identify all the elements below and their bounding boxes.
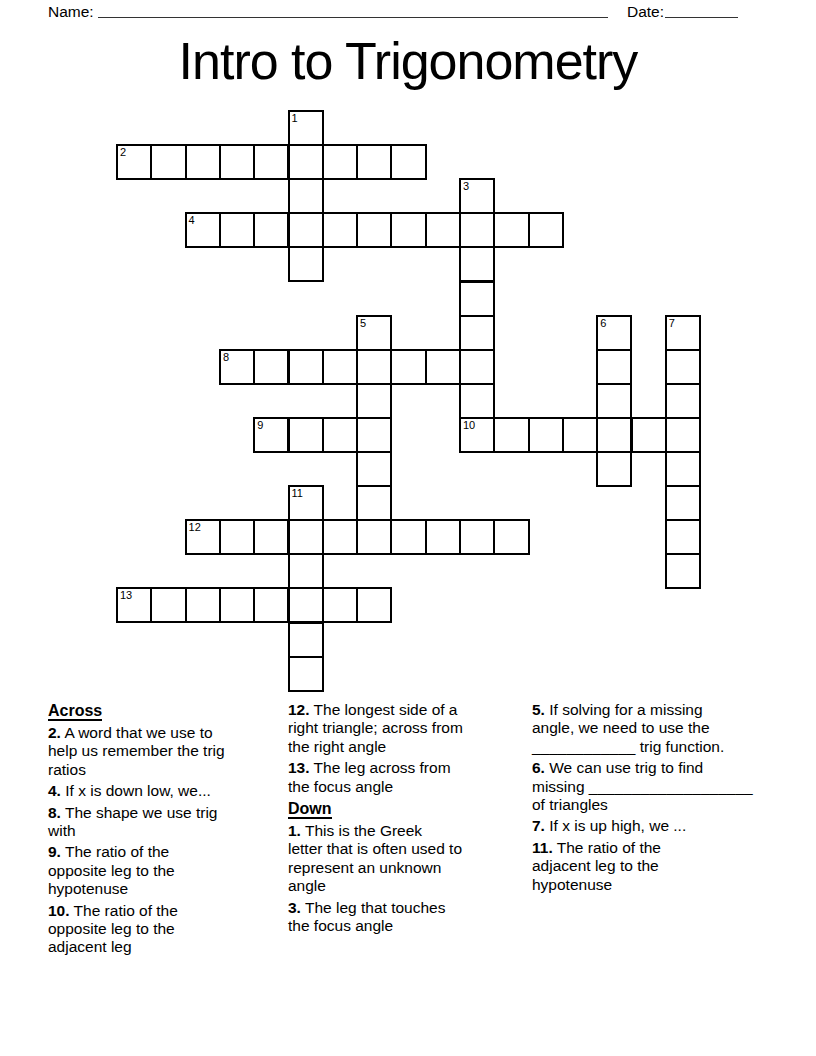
clue-11: 11. The ratio of the adjacent leg to the… bbox=[532, 839, 774, 894]
clue-12-number: 12. bbox=[288, 701, 310, 718]
grid-cell-r3c6[interactable] bbox=[322, 212, 358, 248]
grid-cell-r1c5[interactable] bbox=[288, 144, 324, 180]
grid-cell-r2c10[interactable]: 3 bbox=[459, 178, 495, 214]
clue-number-12: 12 bbox=[189, 521, 201, 533]
grid-cell-r14c0[interactable]: 13 bbox=[116, 587, 152, 623]
grid-cell-r14c2[interactable] bbox=[185, 587, 221, 623]
grid-cell-r7c14[interactable] bbox=[596, 349, 632, 385]
grid-cell-r7c4[interactable] bbox=[253, 349, 289, 385]
grid-cell-r10c14[interactable] bbox=[596, 451, 632, 487]
grid-cell-r1c0[interactable]: 2 bbox=[116, 144, 152, 180]
grid-cell-r8c14[interactable] bbox=[596, 383, 632, 419]
clue-6-number: 6. bbox=[532, 759, 545, 776]
grid-cell-r14c7[interactable] bbox=[356, 587, 392, 623]
clue-number-11: 11 bbox=[292, 487, 303, 499]
clue-6: 6. We can use trig to find missing _____… bbox=[532, 759, 774, 814]
grid-cell-r1c1[interactable] bbox=[150, 144, 186, 180]
grid-cell-r7c7[interactable] bbox=[356, 349, 392, 385]
worksheet-page: Name: Date: Intro to Trigonometry 123456… bbox=[0, 0, 816, 1056]
clue-number-5: 5 bbox=[360, 317, 366, 329]
grid-cell-r7c3[interactable]: 8 bbox=[219, 349, 255, 385]
clue-2-number: 2. bbox=[48, 724, 61, 741]
grid-cell-r4c5[interactable] bbox=[288, 246, 324, 282]
grid-cell-r11c5[interactable]: 11 bbox=[288, 485, 324, 521]
grid-cell-r3c5[interactable] bbox=[288, 212, 324, 248]
clue-7: 7. If x is up high, we ... bbox=[532, 817, 774, 835]
clue-column-down: 5. If solving for a missing angle, we ne… bbox=[532, 701, 774, 897]
grid-cell-r4c10[interactable] bbox=[459, 246, 495, 282]
grid-cell-r2c5[interactable] bbox=[288, 178, 324, 214]
clue-5: 5. If solving for a missing angle, we ne… bbox=[532, 701, 774, 756]
grid-cell-r1c8[interactable] bbox=[390, 144, 426, 180]
grid-cell-r1c3[interactable] bbox=[219, 144, 255, 180]
grid-cell-r9c10[interactable]: 10 bbox=[459, 417, 495, 453]
clue-3-number: 3. bbox=[288, 899, 301, 916]
clues-heading-text: Down bbox=[288, 800, 332, 819]
clue-column-across: Across2. A word that we use to help us r… bbox=[48, 701, 274, 960]
grid-cell-r3c8[interactable] bbox=[390, 212, 426, 248]
clue-5-number: 5. bbox=[532, 701, 545, 718]
grid-cell-r6c10[interactable] bbox=[459, 315, 495, 351]
grid-cell-r0c5[interactable]: 1 bbox=[288, 110, 324, 146]
grid-cell-r9c13[interactable] bbox=[562, 417, 598, 453]
grid-cell-r12c11[interactable] bbox=[493, 519, 529, 555]
name-blank-line[interactable] bbox=[98, 2, 608, 18]
clue-number-10: 10 bbox=[463, 419, 475, 431]
clue-number-3: 3 bbox=[463, 180, 469, 192]
page-title: Intro to Trigonometry bbox=[0, 30, 816, 92]
grid-cell-r14c1[interactable] bbox=[150, 587, 186, 623]
clue-3: 3. The leg that touches the focus angle bbox=[288, 899, 522, 936]
clue-7-number: 7. bbox=[532, 817, 545, 834]
grid-cell-r3c2[interactable]: 4 bbox=[185, 212, 221, 248]
clue-number-7: 7 bbox=[669, 317, 675, 329]
clue-number-1: 1 bbox=[292, 112, 298, 124]
grid-cell-r12c2[interactable]: 12 bbox=[185, 519, 221, 555]
clue-10-number: 10. bbox=[48, 902, 70, 919]
grid-cell-r12c6[interactable] bbox=[322, 519, 358, 555]
grid-cell-r9c7[interactable] bbox=[356, 417, 392, 453]
grid-cell-r1c6[interactable] bbox=[322, 144, 358, 180]
grid-cell-r3c7[interactable] bbox=[356, 212, 392, 248]
grid-cell-r11c7[interactable] bbox=[356, 485, 392, 521]
grid-cell-r12c4[interactable] bbox=[253, 519, 289, 555]
grid-cell-r7c6[interactable] bbox=[322, 349, 358, 385]
grid-cell-r11c16[interactable] bbox=[665, 485, 701, 521]
grid-cell-r3c12[interactable] bbox=[528, 212, 564, 248]
grid-cell-r8c7[interactable] bbox=[356, 383, 392, 419]
clues-heading-across: Across bbox=[48, 701, 274, 720]
grid-cell-r14c4[interactable] bbox=[253, 587, 289, 623]
grid-cell-r12c8[interactable] bbox=[390, 519, 426, 555]
grid-cell-r14c5[interactable] bbox=[288, 587, 324, 623]
grid-cell-r10c16[interactable] bbox=[665, 451, 701, 487]
grid-cell-r3c11[interactable] bbox=[493, 212, 529, 248]
clue-number-6: 6 bbox=[600, 317, 606, 329]
grid-cell-r7c8[interactable] bbox=[390, 349, 426, 385]
crossword-grid: 12345678910111213 bbox=[117, 111, 701, 692]
grid-cell-r9c12[interactable] bbox=[528, 417, 564, 453]
grid-cell-r16c5[interactable] bbox=[288, 656, 324, 692]
date-label: Date: bbox=[627, 3, 664, 21]
clue-number-4: 4 bbox=[189, 214, 195, 226]
clue-9: 9. The ratio of the opposite leg to the … bbox=[48, 843, 274, 898]
grid-cell-r12c16[interactable] bbox=[665, 519, 701, 555]
grid-cell-r9c14[interactable] bbox=[596, 417, 632, 453]
clues-heading-down: Down bbox=[288, 799, 522, 818]
clue-1: 1. This is the Greek letter that is ofte… bbox=[288, 822, 522, 896]
clue-11-number: 11. bbox=[532, 839, 553, 856]
grid-cell-r9c15[interactable] bbox=[631, 417, 667, 453]
date-blank-line[interactable] bbox=[665, 2, 738, 18]
grid-cell-r1c4[interactable] bbox=[253, 144, 289, 180]
clue-8: 8. The shape we use trig with bbox=[48, 804, 274, 841]
grid-cell-r1c7[interactable] bbox=[356, 144, 392, 180]
grid-cell-r1c2[interactable] bbox=[185, 144, 221, 180]
clue-12: 12. The longest side of a right triangle… bbox=[288, 701, 522, 756]
grid-cell-r8c10[interactable] bbox=[459, 383, 495, 419]
grid-cell-r8c16[interactable] bbox=[665, 383, 701, 419]
grid-cell-r9c5[interactable] bbox=[288, 417, 324, 453]
grid-cell-r3c3[interactable] bbox=[219, 212, 255, 248]
grid-cell-r7c10[interactable] bbox=[459, 349, 495, 385]
clue-column-middle: 12. The longest side of a right triangle… bbox=[288, 701, 522, 938]
clue-number-8: 8 bbox=[223, 351, 229, 363]
grid-cell-r6c16[interactable]: 7 bbox=[665, 315, 701, 351]
grid-cell-r6c7[interactable]: 5 bbox=[356, 315, 392, 351]
grid-cell-r3c9[interactable] bbox=[425, 212, 461, 248]
clue-9-number: 9. bbox=[48, 843, 61, 860]
grid-cell-r13c16[interactable] bbox=[665, 553, 701, 589]
clue-13-number: 13. bbox=[288, 759, 310, 776]
clue-number-13: 13 bbox=[120, 589, 132, 601]
grid-cell-r7c9[interactable] bbox=[425, 349, 461, 385]
grid-cell-r14c3[interactable] bbox=[219, 587, 255, 623]
grid-cell-r12c3[interactable] bbox=[219, 519, 255, 555]
grid-cell-r3c10[interactable] bbox=[459, 212, 495, 248]
clue-8-number: 8. bbox=[48, 804, 61, 821]
clue-4: 4. If x is down low, we... bbox=[48, 782, 274, 800]
clues-heading-text: Across bbox=[48, 702, 102, 721]
clue-number-9: 9 bbox=[257, 419, 263, 431]
clue-number-2: 2 bbox=[120, 146, 126, 158]
grid-cell-r12c5[interactable] bbox=[288, 519, 324, 555]
clue-13: 13. The leg across from the focus angle bbox=[288, 759, 522, 796]
grid-cell-r9c11[interactable] bbox=[493, 417, 529, 453]
grid-cell-r7c16[interactable] bbox=[665, 349, 701, 385]
grid-cell-r10c7[interactable] bbox=[356, 451, 392, 487]
name-label: Name: bbox=[48, 3, 94, 21]
grid-cell-r12c10[interactable] bbox=[459, 519, 495, 555]
grid-cell-r15c5[interactable] bbox=[288, 622, 324, 658]
grid-cell-r9c6[interactable] bbox=[322, 417, 358, 453]
grid-cell-r9c4[interactable]: 9 bbox=[253, 417, 289, 453]
grid-cell-r6c14[interactable]: 6 bbox=[596, 315, 632, 351]
clue-4-number: 4. bbox=[48, 782, 61, 799]
clue-1-number: 1. bbox=[288, 822, 301, 839]
grid-cell-r14c6[interactable] bbox=[322, 587, 358, 623]
clue-10: 10. The ratio of the opposite leg to the… bbox=[48, 902, 274, 957]
grid-cell-r12c9[interactable] bbox=[425, 519, 461, 555]
grid-cell-r9c16[interactable] bbox=[665, 417, 701, 453]
grid-cell-r5c10[interactable] bbox=[459, 281, 495, 317]
clue-2: 2. A word that we use to help us remembe… bbox=[48, 724, 274, 779]
grid-cell-r7c5[interactable] bbox=[288, 349, 324, 385]
grid-cell-r12c7[interactable] bbox=[356, 519, 392, 555]
grid-cell-r3c4[interactable] bbox=[253, 212, 289, 248]
grid-cell-r13c5[interactable] bbox=[288, 553, 324, 589]
